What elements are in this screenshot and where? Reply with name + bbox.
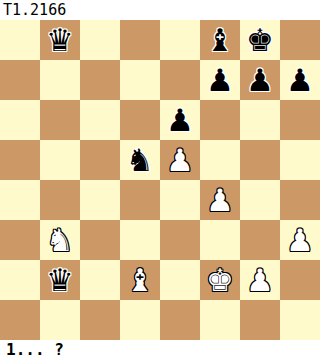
square-c1[interactable] <box>80 300 120 340</box>
black-pawn: ♟ <box>246 60 274 100</box>
square-h4[interactable] <box>280 180 320 220</box>
chess-board: ♛♝♚♟♟♟♟♞♟♟♞♟♛♝♚♟ <box>0 20 320 340</box>
black-pawn: ♟ <box>166 100 194 140</box>
white-bishop: ♝ <box>126 260 154 300</box>
square-h6[interactable] <box>280 100 320 140</box>
square-e6[interactable]: ♟ <box>160 100 200 140</box>
black-pawn: ♟ <box>286 60 314 100</box>
square-d1[interactable] <box>120 300 160 340</box>
square-c7[interactable] <box>80 60 120 100</box>
square-c4[interactable] <box>80 180 120 220</box>
black-queen: ♛ <box>46 20 74 60</box>
square-g2[interactable]: ♟ <box>240 260 280 300</box>
square-h5[interactable] <box>280 140 320 180</box>
square-h3[interactable]: ♟ <box>280 220 320 260</box>
square-d6[interactable] <box>120 100 160 140</box>
square-d2[interactable]: ♝ <box>120 260 160 300</box>
white-pawn: ♟ <box>246 260 274 300</box>
square-f6[interactable] <box>200 100 240 140</box>
square-c5[interactable] <box>80 140 120 180</box>
square-g6[interactable] <box>240 100 280 140</box>
square-b8[interactable]: ♛ <box>40 20 80 60</box>
square-f8[interactable]: ♝ <box>200 20 240 60</box>
square-e4[interactable] <box>160 180 200 220</box>
square-d8[interactable] <box>120 20 160 60</box>
square-a4[interactable] <box>0 180 40 220</box>
square-a8[interactable] <box>0 20 40 60</box>
square-e5[interactable]: ♟ <box>160 140 200 180</box>
square-d4[interactable] <box>120 180 160 220</box>
square-g4[interactable] <box>240 180 280 220</box>
square-e1[interactable] <box>160 300 200 340</box>
square-f1[interactable] <box>200 300 240 340</box>
square-f7[interactable]: ♟ <box>200 60 240 100</box>
square-a7[interactable] <box>0 60 40 100</box>
white-knight: ♞ <box>46 220 74 260</box>
square-b2[interactable]: ♛ <box>40 260 80 300</box>
black-bishop: ♝ <box>206 20 234 60</box>
square-e7[interactable] <box>160 60 200 100</box>
black-queen: ♛ <box>46 260 74 300</box>
square-f4[interactable]: ♟ <box>200 180 240 220</box>
square-a5[interactable] <box>0 140 40 180</box>
black-king: ♚ <box>246 20 274 60</box>
square-g8[interactable]: ♚ <box>240 20 280 60</box>
square-c6[interactable] <box>80 100 120 140</box>
white-king: ♚ <box>206 260 234 300</box>
square-g3[interactable] <box>240 220 280 260</box>
square-h8[interactable] <box>280 20 320 60</box>
square-b1[interactable] <box>40 300 80 340</box>
square-f2[interactable]: ♚ <box>200 260 240 300</box>
square-g1[interactable] <box>240 300 280 340</box>
white-pawn: ♟ <box>166 140 194 180</box>
square-h7[interactable]: ♟ <box>280 60 320 100</box>
square-b4[interactable] <box>40 180 80 220</box>
square-f3[interactable] <box>200 220 240 260</box>
square-b6[interactable] <box>40 100 80 140</box>
square-g5[interactable] <box>240 140 280 180</box>
square-g7[interactable]: ♟ <box>240 60 280 100</box>
square-a1[interactable] <box>0 300 40 340</box>
square-c3[interactable] <box>80 220 120 260</box>
puzzle-title: T1.2166 <box>0 0 320 20</box>
square-h1[interactable] <box>280 300 320 340</box>
square-a2[interactable] <box>0 260 40 300</box>
chess-puzzle-screen: T1.2166 ♛♝♚♟♟♟♟♞♟♟♞♟♛♝♚♟ 1... ? <box>0 0 320 360</box>
square-b7[interactable] <box>40 60 80 100</box>
square-b5[interactable] <box>40 140 80 180</box>
move-prompt: 1... ? <box>0 340 320 360</box>
white-pawn: ♟ <box>286 220 314 260</box>
square-e3[interactable] <box>160 220 200 260</box>
white-pawn: ♟ <box>206 180 234 220</box>
square-d7[interactable] <box>120 60 160 100</box>
black-pawn: ♟ <box>206 60 234 100</box>
square-e8[interactable] <box>160 20 200 60</box>
square-f5[interactable] <box>200 140 240 180</box>
square-c2[interactable] <box>80 260 120 300</box>
square-d3[interactable] <box>120 220 160 260</box>
square-e2[interactable] <box>160 260 200 300</box>
square-c8[interactable] <box>80 20 120 60</box>
square-a6[interactable] <box>0 100 40 140</box>
square-a3[interactable] <box>0 220 40 260</box>
square-d5[interactable]: ♞ <box>120 140 160 180</box>
square-h2[interactable] <box>280 260 320 300</box>
square-b3[interactable]: ♞ <box>40 220 80 260</box>
black-knight: ♞ <box>126 140 154 180</box>
